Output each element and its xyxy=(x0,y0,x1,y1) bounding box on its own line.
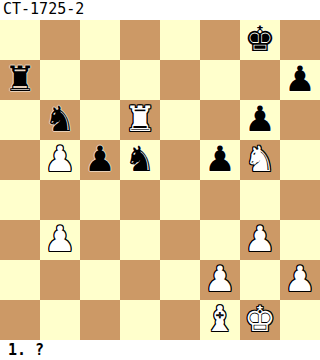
square-f3[interactable] xyxy=(200,220,240,260)
square-d8[interactable] xyxy=(120,20,160,60)
puzzle-title: CT-1725-2 xyxy=(0,0,320,20)
square-f7[interactable] xyxy=(200,60,240,100)
square-e7[interactable] xyxy=(160,60,200,100)
square-c6[interactable] xyxy=(80,100,120,140)
square-c5[interactable]: ♟ xyxy=(80,140,120,180)
square-a5[interactable] xyxy=(0,140,40,180)
square-g2[interactable] xyxy=(240,260,280,300)
square-f5[interactable]: ♟ xyxy=(200,140,240,180)
square-a4[interactable] xyxy=(0,180,40,220)
piece-bP-f5: ♟ xyxy=(204,140,235,179)
square-g7[interactable] xyxy=(240,60,280,100)
square-f8[interactable] xyxy=(200,20,240,60)
piece-wB-f1: ♝ xyxy=(204,300,235,339)
square-a7[interactable]: ♜ xyxy=(0,60,40,100)
square-c1[interactable] xyxy=(80,300,120,340)
square-c8[interactable] xyxy=(80,20,120,60)
square-d3[interactable] xyxy=(120,220,160,260)
square-c3[interactable] xyxy=(80,220,120,260)
square-f4[interactable] xyxy=(200,180,240,220)
square-h2[interactable]: ♟ xyxy=(280,260,320,300)
piece-wK-g1: ♚ xyxy=(244,300,275,339)
square-a3[interactable] xyxy=(0,220,40,260)
square-h3[interactable] xyxy=(280,220,320,260)
piece-wP-f2: ♟ xyxy=(204,260,235,299)
piece-bR-a7: ♜ xyxy=(4,60,35,99)
square-c7[interactable] xyxy=(80,60,120,100)
square-c2[interactable] xyxy=(80,260,120,300)
square-h5[interactable] xyxy=(280,140,320,180)
square-f2[interactable]: ♟ xyxy=(200,260,240,300)
square-e6[interactable] xyxy=(160,100,200,140)
square-g3[interactable]: ♟ xyxy=(240,220,280,260)
square-f6[interactable] xyxy=(200,100,240,140)
square-e8[interactable] xyxy=(160,20,200,60)
square-g5[interactable]: ♞ xyxy=(240,140,280,180)
square-e1[interactable] xyxy=(160,300,200,340)
square-h7[interactable]: ♟ xyxy=(280,60,320,100)
square-b2[interactable] xyxy=(40,260,80,300)
square-b4[interactable] xyxy=(40,180,80,220)
piece-wR-d6: ♜ xyxy=(124,100,155,139)
square-d1[interactable] xyxy=(120,300,160,340)
square-h8[interactable] xyxy=(280,20,320,60)
piece-wP-h2: ♟ xyxy=(284,260,315,299)
square-a2[interactable] xyxy=(0,260,40,300)
square-d6[interactable]: ♜ xyxy=(120,100,160,140)
square-e5[interactable] xyxy=(160,140,200,180)
square-b7[interactable] xyxy=(40,60,80,100)
square-f1[interactable]: ♝ xyxy=(200,300,240,340)
square-h1[interactable] xyxy=(280,300,320,340)
square-d5[interactable]: ♞ xyxy=(120,140,160,180)
square-g6[interactable]: ♟ xyxy=(240,100,280,140)
square-d7[interactable] xyxy=(120,60,160,100)
move-prompt: 1. ? xyxy=(0,340,320,360)
square-e2[interactable] xyxy=(160,260,200,300)
square-e4[interactable] xyxy=(160,180,200,220)
piece-wP-b3: ♟ xyxy=(44,220,75,259)
square-g4[interactable] xyxy=(240,180,280,220)
square-b6[interactable]: ♞ xyxy=(40,100,80,140)
square-d2[interactable] xyxy=(120,260,160,300)
square-b1[interactable] xyxy=(40,300,80,340)
chess-board: ♚♜♟♞♜♟♟♟♞♟♞♟♟♟♟♝♚ xyxy=(0,20,320,340)
square-a6[interactable] xyxy=(0,100,40,140)
square-g1[interactable]: ♚ xyxy=(240,300,280,340)
square-e3[interactable] xyxy=(160,220,200,260)
square-b5[interactable]: ♟ xyxy=(40,140,80,180)
piece-bN-d5: ♞ xyxy=(124,140,155,179)
piece-bP-c5: ♟ xyxy=(84,140,115,179)
piece-bP-g6: ♟ xyxy=(244,100,275,139)
square-h6[interactable] xyxy=(280,100,320,140)
square-b8[interactable] xyxy=(40,20,80,60)
square-b3[interactable]: ♟ xyxy=(40,220,80,260)
piece-bP-h7: ♟ xyxy=(284,60,315,99)
square-h4[interactable] xyxy=(280,180,320,220)
piece-wP-g3: ♟ xyxy=(244,220,275,259)
piece-bN-b6: ♞ xyxy=(44,100,75,139)
square-g8[interactable]: ♚ xyxy=(240,20,280,60)
piece-wP-b5: ♟ xyxy=(44,140,75,179)
piece-bK-g8: ♚ xyxy=(244,20,275,59)
square-c4[interactable] xyxy=(80,180,120,220)
square-a8[interactable] xyxy=(0,20,40,60)
square-a1[interactable] xyxy=(0,300,40,340)
square-d4[interactable] xyxy=(120,180,160,220)
piece-wN-g5: ♞ xyxy=(244,140,275,179)
